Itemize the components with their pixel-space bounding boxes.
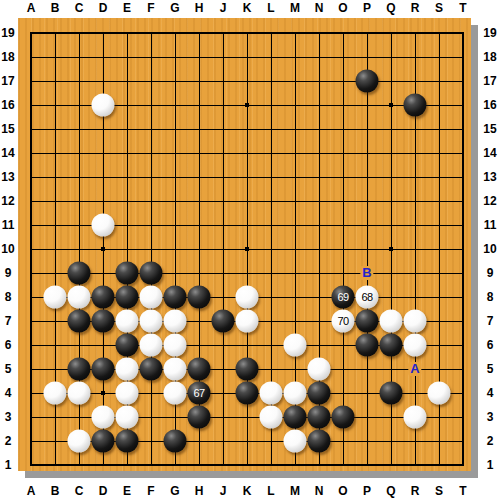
stone-white-C4 (68, 382, 91, 405)
coord-bottom-Q: Q (386, 485, 395, 497)
stone-white-K7 (236, 310, 259, 333)
coord-right-12: 12 (483, 195, 496, 207)
coord-right-18: 18 (483, 51, 496, 63)
coord-top-E: E (123, 2, 131, 14)
coord-left-1: 1 (5, 459, 12, 471)
move-68-stone-white-P8: 68 (356, 286, 379, 309)
stone-black-C9 (68, 262, 91, 285)
stone-white-D16 (92, 94, 115, 117)
stone-white-G6 (164, 334, 187, 357)
stone-black-D5 (92, 358, 115, 381)
coord-right-11: 11 (484, 219, 497, 231)
coord-top-B: B (51, 2, 60, 14)
coord-top-N: N (315, 2, 324, 14)
stone-white-C8 (68, 286, 91, 309)
stone-white-G7 (164, 310, 187, 333)
stone-black-O3 (332, 406, 355, 429)
coord-left-4: 4 (5, 387, 12, 399)
coord-left-3: 3 (5, 411, 12, 423)
coord-top-A: A (27, 2, 36, 14)
move-69-stone-black-O8: 69 (332, 286, 355, 309)
coord-bottom-P: P (363, 485, 371, 497)
coord-right-6: 6 (487, 339, 494, 351)
coord-top-M: M (290, 2, 300, 14)
stone-black-F9 (140, 262, 163, 285)
coord-top-F: F (147, 2, 154, 14)
coord-bottom-R: R (411, 485, 420, 497)
stone-black-R16 (404, 94, 427, 117)
stone-white-F6 (140, 334, 163, 357)
coord-bottom-B: B (51, 485, 60, 497)
stone-white-M2 (284, 430, 307, 453)
coord-top-O: O (338, 2, 347, 14)
coord-left-15: 15 (1, 123, 14, 135)
coord-bottom-K: K (243, 485, 252, 497)
stone-white-N5 (308, 358, 331, 381)
coord-bottom-F: F (147, 485, 154, 497)
stone-black-E8 (116, 286, 139, 309)
stone-white-R6 (404, 334, 427, 357)
stone-black-J7 (212, 310, 235, 333)
coord-right-19: 19 (483, 27, 496, 39)
coord-bottom-A: A (27, 485, 36, 497)
coord-right-14: 14 (483, 147, 496, 159)
marker-A-R5: A (408, 362, 421, 376)
stone-black-P6 (356, 334, 379, 357)
stone-white-D3 (92, 406, 115, 429)
stone-black-N3 (308, 406, 331, 429)
coord-left-11: 11 (2, 219, 15, 231)
stone-white-R3 (404, 406, 427, 429)
coord-bottom-C: C (75, 485, 84, 497)
coord-left-18: 18 (1, 51, 14, 63)
stone-black-K5 (236, 358, 259, 381)
stone-black-C7 (68, 310, 91, 333)
star-point-Q16 (389, 103, 394, 108)
stone-white-D11 (92, 214, 115, 237)
coord-right-17: 17 (483, 75, 496, 87)
star-point-D10 (101, 247, 106, 252)
coord-top-L: L (267, 2, 274, 14)
coord-left-12: 12 (1, 195, 14, 207)
coord-bottom-N: N (315, 485, 324, 497)
stone-white-F7 (140, 310, 163, 333)
coord-top-Q: Q (386, 2, 395, 14)
coord-right-4: 4 (487, 387, 494, 399)
stone-black-D7 (92, 310, 115, 333)
coord-right-9: 9 (487, 267, 494, 279)
stone-black-P17 (356, 70, 379, 93)
stone-black-K4 (236, 382, 259, 405)
stone-white-F8 (140, 286, 163, 309)
coord-left-16: 16 (1, 99, 14, 111)
coord-top-K: K (243, 2, 252, 14)
coord-top-D: D (99, 2, 108, 14)
stone-black-G8 (164, 286, 187, 309)
stone-black-E6 (116, 334, 139, 357)
move-67-stone-black-H4: 67 (188, 382, 211, 405)
coord-top-R: R (411, 2, 420, 14)
star-point-Q10 (389, 247, 394, 252)
coord-left-13: 13 (1, 171, 14, 183)
coord-top-T: T (459, 2, 466, 14)
coord-right-1: 1 (487, 459, 494, 471)
marker-B-P9: B (360, 266, 373, 280)
stone-black-Q4 (380, 382, 403, 405)
coord-bottom-S: S (435, 485, 443, 497)
stone-white-R7 (404, 310, 427, 333)
coord-left-14: 14 (1, 147, 14, 159)
stone-black-N2 (308, 430, 331, 453)
coord-right-8: 8 (487, 291, 494, 303)
coord-left-5: 5 (5, 363, 12, 375)
coord-right-7: 7 (487, 315, 494, 327)
coord-left-7: 7 (5, 315, 12, 327)
coord-bottom-G: G (170, 485, 179, 497)
coord-left-9: 9 (5, 267, 12, 279)
stone-black-H8 (188, 286, 211, 309)
star-point-K16 (245, 103, 250, 108)
stone-white-E3 (116, 406, 139, 429)
stone-black-Q6 (380, 334, 403, 357)
stone-black-P7 (356, 310, 379, 333)
coord-left-10: 10 (1, 243, 14, 255)
coord-right-13: 13 (483, 171, 496, 183)
stone-white-K8 (236, 286, 259, 309)
stone-white-E5 (116, 358, 139, 381)
coord-top-P: P (363, 2, 371, 14)
coord-right-10: 10 (483, 243, 496, 255)
star-point-K10 (245, 247, 250, 252)
stone-white-G4 (164, 382, 187, 405)
stone-black-D8 (92, 286, 115, 309)
stone-white-S4 (428, 382, 451, 405)
go-diagram: 69687067BA AABBCCDDEEFFGGHHJJKKLLMMNNOOP… (0, 0, 500, 500)
star-point-D4 (101, 391, 106, 396)
coord-bottom-M: M (290, 485, 300, 497)
stone-black-M3 (284, 406, 307, 429)
coord-left-17: 17 (1, 75, 14, 87)
stone-black-G2 (164, 430, 187, 453)
coord-bottom-T: T (459, 485, 466, 497)
stone-white-B8 (44, 286, 67, 309)
stone-white-E7 (116, 310, 139, 333)
stone-white-L3 (260, 406, 283, 429)
stone-black-N4 (308, 382, 331, 405)
stone-black-H3 (188, 406, 211, 429)
stone-black-E9 (116, 262, 139, 285)
coord-left-8: 8 (5, 291, 12, 303)
stone-black-H5 (188, 358, 211, 381)
stone-white-B4 (44, 382, 67, 405)
go-board[interactable]: 69687067BA (18, 18, 471, 471)
coord-top-S: S (435, 2, 443, 14)
coord-bottom-D: D (99, 485, 108, 497)
stone-white-M4 (284, 382, 307, 405)
stone-white-G5 (164, 358, 187, 381)
stone-black-E2 (116, 430, 139, 453)
coord-left-2: 2 (5, 435, 12, 447)
stone-black-F5 (140, 358, 163, 381)
stone-white-L4 (260, 382, 283, 405)
coord-right-16: 16 (483, 99, 496, 111)
coord-right-2: 2 (487, 435, 494, 447)
stone-black-D2 (92, 430, 115, 453)
stone-white-E4 (116, 382, 139, 405)
coord-top-H: H (195, 2, 204, 14)
coord-bottom-H: H (195, 485, 204, 497)
coord-right-5: 5 (487, 363, 494, 375)
stone-white-C2 (68, 430, 91, 453)
coord-top-G: G (170, 2, 179, 14)
coord-left-19: 19 (1, 27, 14, 39)
coord-right-3: 3 (487, 411, 494, 423)
coord-right-15: 15 (483, 123, 496, 135)
coord-bottom-O: O (338, 485, 347, 497)
stone-white-M6 (284, 334, 307, 357)
coord-top-C: C (75, 2, 84, 14)
coord-top-J: J (220, 2, 227, 14)
coord-left-6: 6 (5, 339, 12, 351)
stone-white-Q7 (380, 310, 403, 333)
coord-bottom-L: L (267, 485, 274, 497)
coord-bottom-E: E (123, 485, 131, 497)
stone-black-C5 (68, 358, 91, 381)
move-70-stone-white-O7: 70 (332, 310, 355, 333)
coord-bottom-J: J (220, 485, 227, 497)
